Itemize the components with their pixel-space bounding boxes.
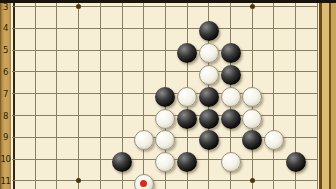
board-frame-wood (322, 0, 329, 189)
star-point (250, 178, 255, 183)
row-label: 9 (0, 132, 11, 142)
black-stone[interactable] (199, 130, 219, 150)
row-label: 8 (0, 111, 11, 121)
grid-line-vertical (78, 2, 79, 189)
row-label: 5 (0, 45, 11, 55)
grid-line-horizontal (12, 180, 318, 181)
star-point (76, 178, 81, 183)
black-stone[interactable] (242, 130, 262, 150)
star-point (250, 4, 255, 9)
white-stone[interactable] (242, 87, 262, 107)
star-point (76, 4, 81, 9)
white-stone[interactable] (134, 174, 154, 189)
white-stone[interactable] (177, 87, 197, 107)
grid-line-vertical (56, 2, 57, 189)
black-stone[interactable] (221, 65, 241, 85)
row-label: 10 (0, 154, 11, 164)
grid-line-horizontal (12, 28, 318, 29)
black-stone[interactable] (199, 21, 219, 41)
white-stone[interactable] (199, 65, 219, 85)
black-stone[interactable] (221, 43, 241, 63)
gomoku-app-screen: 34567891011 (0, 0, 336, 189)
grid-line-horizontal (12, 50, 318, 51)
white-stone[interactable] (134, 130, 154, 150)
black-stone[interactable] (112, 152, 132, 172)
board-frame-wood (331, 0, 336, 189)
top-edge-strip (0, 0, 336, 3)
white-stone[interactable] (264, 130, 284, 150)
black-stone[interactable] (177, 152, 197, 172)
white-stone[interactable] (221, 87, 241, 107)
white-stone[interactable] (242, 109, 262, 129)
white-stone[interactable] (155, 152, 175, 172)
black-stone[interactable] (155, 87, 175, 107)
row-label: 11 (0, 176, 11, 186)
black-stone[interactable] (177, 109, 197, 129)
black-stone[interactable] (286, 152, 306, 172)
row-label: 6 (0, 67, 11, 77)
board-left-edge-line (13, 2, 15, 189)
white-stone[interactable] (199, 43, 219, 63)
grid-line-vertical (273, 2, 274, 189)
black-stone[interactable] (177, 43, 197, 63)
white-stone[interactable] (221, 152, 241, 172)
black-stone[interactable] (199, 109, 219, 129)
grid-line-vertical (317, 2, 318, 189)
row-label: 4 (0, 23, 11, 33)
grid-line-vertical (143, 2, 144, 189)
black-stone[interactable] (221, 109, 241, 129)
grid-line-vertical (100, 2, 101, 189)
black-stone[interactable] (199, 87, 219, 107)
last-move-marker (140, 180, 147, 187)
white-stone[interactable] (155, 130, 175, 150)
grid-line-vertical (35, 2, 36, 189)
row-label: 7 (0, 89, 11, 99)
grid-line-horizontal (12, 71, 318, 72)
grid-line-horizontal (12, 6, 318, 7)
row-label: 3 (0, 2, 11, 12)
white-stone[interactable] (155, 109, 175, 129)
